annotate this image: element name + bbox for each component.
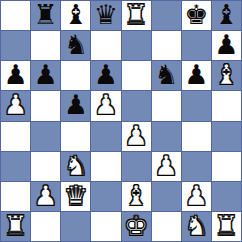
piece-white-pawn[interactable]: ♟ xyxy=(184,182,208,209)
square-f2[interactable] xyxy=(152,182,181,211)
piece-black-pawn[interactable]: ♟ xyxy=(3,61,27,88)
square-f5[interactable] xyxy=(152,91,181,120)
square-e8[interactable]: ♜ xyxy=(122,1,151,30)
piece-white-pawn[interactable]: ♟ xyxy=(94,91,118,118)
piece-white-rook[interactable]: ♜ xyxy=(124,1,148,28)
square-h4[interactable] xyxy=(212,122,241,151)
piece-black-pawn[interactable]: ♟ xyxy=(184,61,208,88)
piece-black-king[interactable]: ♚ xyxy=(184,1,208,28)
square-c8[interactable]: ♝ xyxy=(61,1,90,30)
square-g6[interactable]: ♟ xyxy=(182,61,211,90)
square-h2[interactable] xyxy=(212,182,241,211)
square-h7[interactable]: ♟ xyxy=(212,31,241,60)
square-b4[interactable] xyxy=(31,122,60,151)
piece-white-knight[interactable]: ♞ xyxy=(184,212,208,239)
square-a8[interactable] xyxy=(1,1,30,30)
piece-black-bishop[interactable]: ♝ xyxy=(214,1,238,28)
square-g3[interactable] xyxy=(182,152,211,181)
square-c3[interactable]: ♞ xyxy=(61,152,90,181)
square-h8[interactable]: ♝ xyxy=(212,1,241,30)
square-a3[interactable] xyxy=(1,152,30,181)
piece-white-bishop[interactable]: ♝ xyxy=(124,182,148,209)
square-e5[interactable] xyxy=(122,91,151,120)
square-c6[interactable] xyxy=(61,61,90,90)
square-d7[interactable] xyxy=(91,31,120,60)
piece-white-pawn[interactable]: ♟ xyxy=(154,152,178,179)
square-b5[interactable] xyxy=(31,91,60,120)
square-e6[interactable] xyxy=(122,61,151,90)
square-g2[interactable]: ♟ xyxy=(182,182,211,211)
square-f4[interactable] xyxy=(152,122,181,151)
square-f1[interactable] xyxy=(152,212,181,241)
square-h3[interactable] xyxy=(212,152,241,181)
square-e7[interactable] xyxy=(122,31,151,60)
square-h1[interactable]: ♜ xyxy=(212,212,241,241)
square-g1[interactable]: ♞ xyxy=(182,212,211,241)
square-c5[interactable]: ♟ xyxy=(61,91,90,120)
square-d6[interactable]: ♟ xyxy=(91,61,120,90)
piece-white-rook[interactable]: ♜ xyxy=(214,212,238,239)
square-f6[interactable]: ♞ xyxy=(152,61,181,90)
piece-black-bishop[interactable]: ♝ xyxy=(64,1,88,28)
piece-black-pawn[interactable]: ♟ xyxy=(64,91,88,118)
piece-white-knight[interactable]: ♞ xyxy=(64,152,88,179)
square-a7[interactable] xyxy=(1,31,30,60)
piece-black-queen[interactable]: ♛ xyxy=(94,1,118,28)
square-a4[interactable] xyxy=(1,122,30,151)
square-b8[interactable]: ♜ xyxy=(31,1,60,30)
square-c7[interactable]: ♞ xyxy=(61,31,90,60)
square-d3[interactable] xyxy=(91,152,120,181)
square-f3[interactable]: ♟ xyxy=(152,152,181,181)
square-a2[interactable] xyxy=(1,182,30,211)
piece-black-knight[interactable]: ♞ xyxy=(154,61,178,88)
piece-black-pawn[interactable]: ♟ xyxy=(94,61,118,88)
square-a1[interactable]: ♜ xyxy=(1,212,30,241)
piece-white-rook[interactable]: ♜ xyxy=(3,212,27,239)
piece-black-knight[interactable]: ♞ xyxy=(64,31,88,58)
square-b6[interactable]: ♟ xyxy=(31,61,60,90)
chess-board-container: ♜♝♛♜♚♝♞♟♟♟♟♞♟♝♟♟♟♟♞♟♟♛♝♟♜♚♞♜ xyxy=(0,0,242,242)
square-c4[interactable] xyxy=(61,122,90,151)
square-e4[interactable]: ♟ xyxy=(122,122,151,151)
piece-white-king[interactable]: ♚ xyxy=(124,212,148,239)
piece-black-pawn[interactable]: ♟ xyxy=(214,31,238,58)
piece-white-pawn[interactable]: ♟ xyxy=(124,122,148,149)
square-h5[interactable] xyxy=(212,91,241,120)
chess-board: ♜♝♛♜♚♝♞♟♟♟♟♞♟♝♟♟♟♟♞♟♟♛♝♟♜♚♞♜ xyxy=(0,0,242,242)
square-a5[interactable]: ♟ xyxy=(1,91,30,120)
square-d5[interactable]: ♟ xyxy=(91,91,120,120)
square-g8[interactable]: ♚ xyxy=(182,1,211,30)
square-c2[interactable]: ♛ xyxy=(61,182,90,211)
square-f7[interactable] xyxy=(152,31,181,60)
square-f8[interactable] xyxy=(152,1,181,30)
square-g7[interactable] xyxy=(182,31,211,60)
square-e3[interactable] xyxy=(122,152,151,181)
piece-white-pawn[interactable]: ♟ xyxy=(3,91,27,118)
square-d2[interactable] xyxy=(91,182,120,211)
piece-black-pawn[interactable]: ♟ xyxy=(34,61,58,88)
square-g4[interactable] xyxy=(182,122,211,151)
square-h6[interactable]: ♝ xyxy=(212,61,241,90)
piece-white-queen[interactable]: ♛ xyxy=(64,182,88,209)
piece-black-rook[interactable]: ♜ xyxy=(34,1,58,28)
square-d8[interactable]: ♛ xyxy=(91,1,120,30)
square-e2[interactable]: ♝ xyxy=(122,182,151,211)
square-c1[interactable] xyxy=(61,212,90,241)
square-b2[interactable]: ♟ xyxy=(31,182,60,211)
square-b7[interactable] xyxy=(31,31,60,60)
piece-white-bishop[interactable]: ♝ xyxy=(214,61,238,88)
piece-white-pawn[interactable]: ♟ xyxy=(34,182,58,209)
square-g5[interactable] xyxy=(182,91,211,120)
square-b1[interactable] xyxy=(31,212,60,241)
square-e1[interactable]: ♚ xyxy=(122,212,151,241)
square-b3[interactable] xyxy=(31,152,60,181)
square-d4[interactable] xyxy=(91,122,120,151)
square-a6[interactable]: ♟ xyxy=(1,61,30,90)
square-d1[interactable] xyxy=(91,212,120,241)
